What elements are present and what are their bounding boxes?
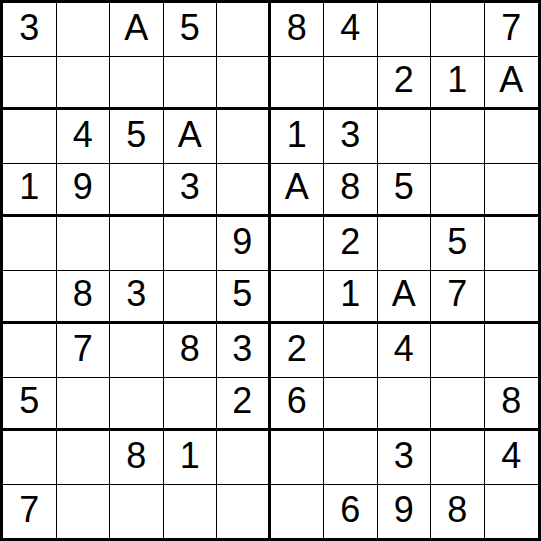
cell-r8c3[interactable]: [110, 378, 164, 432]
cell-r5c7[interactable]: 2: [324, 217, 378, 271]
cell-r8c6[interactable]: 6: [271, 378, 325, 432]
cell-r9c2[interactable]: [57, 431, 111, 485]
cell-r5c1[interactable]: [3, 217, 57, 271]
cell-r6c10[interactable]: [485, 271, 539, 325]
cell-r10c10[interactable]: [485, 485, 539, 539]
cell-r1c8[interactable]: [378, 3, 432, 57]
cell-r10c6[interactable]: [271, 485, 325, 539]
cell-r4c8[interactable]: 5: [378, 164, 432, 218]
cell-r2c4[interactable]: [164, 57, 218, 111]
cell-r9c7[interactable]: [324, 431, 378, 485]
cell-r10c4[interactable]: [164, 485, 218, 539]
cell-r3c8[interactable]: [378, 110, 432, 164]
cell-r9c4[interactable]: 1: [164, 431, 218, 485]
cell-r3c9[interactable]: [431, 110, 485, 164]
cell-r3c4[interactable]: A: [164, 110, 218, 164]
cell-r8c8[interactable]: [378, 378, 432, 432]
cell-r5c9[interactable]: 5: [431, 217, 485, 271]
cell-r4c6[interactable]: A: [271, 164, 325, 218]
cell-r9c1[interactable]: [3, 431, 57, 485]
cell-r3c1[interactable]: [3, 110, 57, 164]
cell-r2c9[interactable]: 1: [431, 57, 485, 111]
cell-r5c8[interactable]: [378, 217, 432, 271]
cell-r10c1[interactable]: 7: [3, 485, 57, 539]
cell-r10c8[interactable]: 9: [378, 485, 432, 539]
cell-r10c5[interactable]: [217, 485, 271, 539]
cell-r2c7[interactable]: [324, 57, 378, 111]
cell-r3c10[interactable]: [485, 110, 539, 164]
cell-r6c4[interactable]: [164, 271, 218, 325]
cell-r5c10[interactable]: [485, 217, 539, 271]
cell-r10c3[interactable]: [110, 485, 164, 539]
cell-r1c9[interactable]: [431, 3, 485, 57]
cell-r6c2[interactable]: 8: [57, 271, 111, 325]
cell-r2c10[interactable]: A: [485, 57, 539, 111]
cell-r6c7[interactable]: 1: [324, 271, 378, 325]
cell-r6c6[interactable]: [271, 271, 325, 325]
cell-r7c4[interactable]: 8: [164, 324, 218, 378]
cell-r4c5[interactable]: [217, 164, 271, 218]
cell-r9c6[interactable]: [271, 431, 325, 485]
cell-r5c4[interactable]: [164, 217, 218, 271]
cell-r5c6[interactable]: [271, 217, 325, 271]
cell-r7c8[interactable]: 4: [378, 324, 432, 378]
cell-r8c10[interactable]: 8: [485, 378, 539, 432]
cell-r2c8[interactable]: 2: [378, 57, 432, 111]
cell-r1c6[interactable]: 8: [271, 3, 325, 57]
cell-r8c4[interactable]: [164, 378, 218, 432]
cell-r3c5[interactable]: [217, 110, 271, 164]
cell-r8c9[interactable]: [431, 378, 485, 432]
cell-r9c5[interactable]: [217, 431, 271, 485]
cell-r1c4[interactable]: 5: [164, 3, 218, 57]
cell-r8c5[interactable]: 2: [217, 378, 271, 432]
cell-r4c3[interactable]: [110, 164, 164, 218]
cell-r5c3[interactable]: [110, 217, 164, 271]
cell-r1c3[interactable]: A: [110, 3, 164, 57]
sudoku-board: 3A584721A45A13193A859258351A778324526881…: [0, 0, 541, 541]
cell-r2c6[interactable]: [271, 57, 325, 111]
cell-r5c5[interactable]: 9: [217, 217, 271, 271]
cell-r5c2[interactable]: [57, 217, 111, 271]
cell-r7c2[interactable]: 7: [57, 324, 111, 378]
cell-r7c3[interactable]: [110, 324, 164, 378]
cell-r3c3[interactable]: 5: [110, 110, 164, 164]
cell-r8c2[interactable]: [57, 378, 111, 432]
cell-r4c9[interactable]: [431, 164, 485, 218]
cell-r2c5[interactable]: [217, 57, 271, 111]
cell-r1c5[interactable]: [217, 3, 271, 57]
cell-r9c3[interactable]: 8: [110, 431, 164, 485]
cell-r10c2[interactable]: [57, 485, 111, 539]
cell-r10c7[interactable]: 6: [324, 485, 378, 539]
cell-r4c10[interactable]: [485, 164, 539, 218]
cell-r9c9[interactable]: [431, 431, 485, 485]
cell-r6c1[interactable]: [3, 271, 57, 325]
cell-r8c1[interactable]: 5: [3, 378, 57, 432]
cell-r1c10[interactable]: 7: [485, 3, 539, 57]
cell-r6c9[interactable]: 7: [431, 271, 485, 325]
cell-r8c7[interactable]: [324, 378, 378, 432]
cell-r6c3[interactable]: 3: [110, 271, 164, 325]
cell-r3c7[interactable]: 3: [324, 110, 378, 164]
cell-r7c9[interactable]: [431, 324, 485, 378]
cell-r6c5[interactable]: 5: [217, 271, 271, 325]
cell-r2c2[interactable]: [57, 57, 111, 111]
cell-r1c2[interactable]: [57, 3, 111, 57]
cell-r4c2[interactable]: 9: [57, 164, 111, 218]
cell-r7c6[interactable]: 2: [271, 324, 325, 378]
cell-r2c3[interactable]: [110, 57, 164, 111]
cell-r7c7[interactable]: [324, 324, 378, 378]
cell-r7c1[interactable]: [3, 324, 57, 378]
cell-r9c10[interactable]: 4: [485, 431, 539, 485]
cell-r9c8[interactable]: 3: [378, 431, 432, 485]
cell-r4c1[interactable]: 1: [3, 164, 57, 218]
cell-r6c8[interactable]: A: [378, 271, 432, 325]
cell-r3c6[interactable]: 1: [271, 110, 325, 164]
cell-r7c5[interactable]: 3: [217, 324, 271, 378]
cell-r10c9[interactable]: 8: [431, 485, 485, 539]
cell-r1c1[interactable]: 3: [3, 3, 57, 57]
cell-r2c1[interactable]: [3, 57, 57, 111]
cell-r4c7[interactable]: 8: [324, 164, 378, 218]
cell-r7c10[interactable]: [485, 324, 539, 378]
cell-r4c4[interactable]: 3: [164, 164, 218, 218]
cell-r3c2[interactable]: 4: [57, 110, 111, 164]
cell-r1c7[interactable]: 4: [324, 3, 378, 57]
